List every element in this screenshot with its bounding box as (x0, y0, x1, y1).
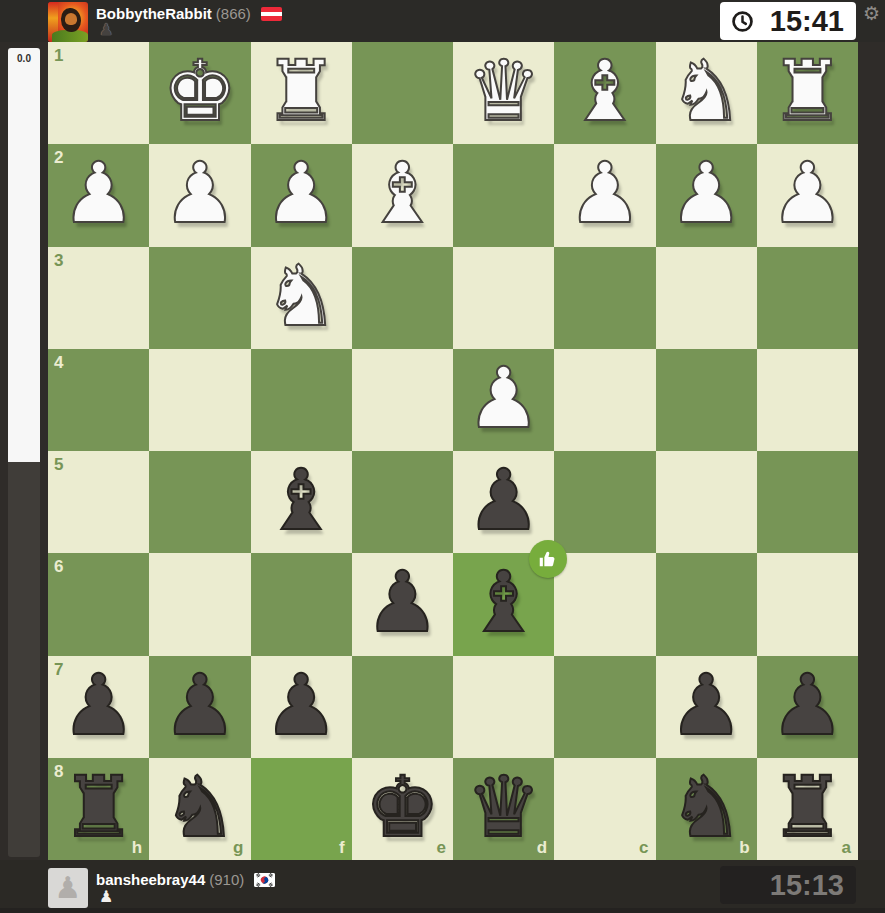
square-c5[interactable] (554, 451, 655, 553)
square-b4[interactable] (656, 349, 757, 451)
square-g7[interactable]: ♟ (149, 656, 250, 758)
square-d2[interactable] (453, 144, 554, 246)
square-e3[interactable] (352, 247, 453, 349)
eval-white-section: 0.0 (8, 48, 40, 462)
square-f1[interactable]: ♜ (251, 42, 352, 144)
square-b7[interactable]: ♟ (656, 656, 757, 758)
square-a4[interactable] (757, 349, 858, 451)
square-h4[interactable]: 4 (48, 349, 149, 451)
white-queen[interactable]: ♛ (466, 49, 541, 137)
square-d5[interactable]: ♟ (453, 451, 554, 553)
top-player-rating: (866) (216, 5, 251, 22)
bottom-player-name[interactable]: bansheebray44 (96, 871, 205, 888)
square-e2[interactable]: ♝ (352, 144, 453, 246)
square-h2[interactable]: 2♟ (48, 144, 149, 246)
square-a8[interactable]: a♜ (757, 758, 858, 860)
bottom-edge (0, 908, 885, 913)
file-label-a: a (842, 839, 851, 856)
rank-label-3: 3 (54, 252, 63, 269)
captured-pieces-bottom: ♟ (99, 889, 113, 905)
bottom-player-rating: (910) (209, 871, 244, 888)
chess-board[interactable]: 1♚♜♛♝♞♜2♟♟♟♝♟♟♟3♞4♟5♝♟6♟♝7♟♟♟♟♟8h♜g♞fe♚d… (48, 42, 858, 860)
white-pawn[interactable]: ♟ (61, 151, 136, 239)
white-pawn[interactable]: ♟ (668, 151, 743, 239)
white-knight[interactable]: ♞ (668, 49, 743, 137)
square-f2[interactable]: ♟ (251, 144, 352, 246)
rank-label-7: 7 (54, 661, 63, 678)
black-bishop[interactable]: ♝ (466, 560, 541, 648)
square-f8[interactable]: f (251, 758, 352, 860)
white-bishop[interactable]: ♝ (365, 151, 440, 239)
square-b6[interactable] (656, 553, 757, 655)
eval-score: 0.0 (8, 48, 40, 64)
square-a3[interactable] (757, 247, 858, 349)
south-korea-flag-icon (254, 873, 275, 887)
square-f5[interactable]: ♝ (251, 451, 352, 553)
square-d3[interactable] (453, 247, 554, 349)
bottom-player-avatar[interactable]: ♟ (48, 868, 88, 908)
evaluation-bar: 0.0 (8, 48, 40, 857)
top-player-clock: 15:41 (720, 2, 856, 40)
square-d7[interactable] (453, 656, 554, 758)
black-queen[interactable]: ♛ (466, 765, 541, 853)
file-label-g: g (233, 839, 243, 856)
bottom-player-bar: ♟ bansheebray44(910) (0, 860, 885, 908)
file-label-c: c (639, 839, 648, 856)
square-h6[interactable]: 6 (48, 553, 149, 655)
square-c6[interactable] (554, 553, 655, 655)
austria-flag-icon (261, 7, 282, 21)
square-b1[interactable]: ♞ (656, 42, 757, 144)
square-b3[interactable] (656, 247, 757, 349)
square-e8[interactable]: e♚ (352, 758, 453, 860)
black-knight[interactable]: ♞ (668, 765, 743, 853)
file-label-h: h (132, 839, 142, 856)
black-king[interactable]: ♚ (365, 765, 440, 853)
white-king[interactable]: ♚ (162, 49, 237, 137)
white-pawn[interactable]: ♟ (162, 151, 237, 239)
square-h7[interactable]: 7♟ (48, 656, 149, 758)
rank-label-4: 4 (54, 354, 63, 371)
default-avatar-pawn-icon: ♟ (48, 868, 88, 908)
square-c3[interactable] (554, 247, 655, 349)
square-b8[interactable]: b♞ (656, 758, 757, 860)
square-h5[interactable]: 5 (48, 451, 149, 553)
eval-black-section (8, 462, 40, 857)
rank-label-5: 5 (54, 456, 63, 473)
black-pawn[interactable]: ♟ (365, 560, 440, 648)
white-bishop[interactable]: ♝ (567, 49, 642, 137)
avatar-art (65, 13, 77, 25)
black-bishop[interactable]: ♝ (263, 458, 338, 546)
square-c8[interactable]: c (554, 758, 655, 860)
captured-pieces-top: ♟ (99, 22, 113, 38)
square-g8[interactable]: g♞ (149, 758, 250, 860)
gear-icon[interactable]: ⚙ (863, 2, 880, 24)
square-d1[interactable]: ♛ (453, 42, 554, 144)
white-knight[interactable]: ♞ (263, 254, 338, 342)
square-e5[interactable] (352, 451, 453, 553)
black-pawn[interactable]: ♟ (668, 663, 743, 751)
square-b5[interactable] (656, 451, 757, 553)
square-e7[interactable] (352, 656, 453, 758)
square-g1[interactable]: ♚ (149, 42, 250, 144)
game-page: BobbytheRabbit(866) ♟ 15:41 ⚙ 0.0 1♚♜♛♝♞… (0, 0, 885, 913)
square-b2[interactable]: ♟ (656, 144, 757, 246)
square-e1[interactable] (352, 42, 453, 144)
file-label-f: f (339, 839, 345, 856)
rank-label-1: 1 (54, 47, 63, 64)
square-c1[interactable]: ♝ (554, 42, 655, 144)
black-knight[interactable]: ♞ (162, 765, 237, 853)
black-pawn[interactable]: ♟ (263, 663, 338, 751)
file-label-e: e (437, 839, 446, 856)
square-f4[interactable] (251, 349, 352, 451)
black-rook[interactable]: ♜ (770, 765, 845, 853)
bottom-player-clock: 15:13 (720, 866, 856, 904)
square-e6[interactable]: ♟ (352, 553, 453, 655)
square-c2[interactable]: ♟ (554, 144, 655, 246)
file-label-d: d (537, 839, 547, 856)
clock-icon (730, 9, 755, 34)
black-pawn[interactable]: ♟ (162, 663, 237, 751)
square-c4[interactable] (554, 349, 655, 451)
rank-label-6: 6 (54, 558, 63, 575)
white-pawn[interactable]: ♟ (263, 151, 338, 239)
square-f3[interactable]: ♞ (251, 247, 352, 349)
square-a2[interactable]: ♟ (757, 144, 858, 246)
square-a5[interactable] (757, 451, 858, 553)
white-rook[interactable]: ♜ (263, 49, 338, 137)
square-h3[interactable]: 3 (48, 247, 149, 349)
square-f7[interactable]: ♟ (251, 656, 352, 758)
square-h1[interactable]: 1 (48, 42, 149, 144)
white-pawn[interactable]: ♟ (466, 356, 541, 444)
square-g3[interactable] (149, 247, 250, 349)
black-pawn[interactable]: ♟ (61, 663, 136, 751)
bottom-clock-time: 15:13 (770, 869, 844, 902)
white-rook[interactable]: ♜ (770, 49, 845, 137)
top-clock-time: 15:41 (755, 5, 856, 38)
square-g5[interactable] (149, 451, 250, 553)
top-player-bar: BobbytheRabbit(866) ♟ 15:41 ⚙ (0, 0, 885, 42)
top-player-name[interactable]: BobbytheRabbit (96, 5, 212, 22)
square-h8[interactable]: 8h♜ (48, 758, 149, 860)
white-pawn[interactable]: ♟ (567, 151, 642, 239)
square-a7[interactable]: ♟ (757, 656, 858, 758)
square-g6[interactable] (149, 553, 250, 655)
file-label-b: b (739, 839, 749, 856)
square-g4[interactable] (149, 349, 250, 451)
square-d6[interactable]: ♝ (453, 553, 554, 655)
square-f6[interactable] (251, 553, 352, 655)
rank-label-2: 2 (54, 149, 63, 166)
rank-label-8: 8 (54, 763, 63, 780)
top-player-avatar[interactable] (48, 2, 88, 42)
square-a1[interactable]: ♜ (757, 42, 858, 144)
square-e4[interactable] (352, 349, 453, 451)
white-pawn[interactable]: ♟ (770, 151, 845, 239)
square-d8[interactable]: d♛ (453, 758, 554, 860)
square-c7[interactable] (554, 656, 655, 758)
square-g2[interactable]: ♟ (149, 144, 250, 246)
black-rook[interactable]: ♜ (61, 765, 136, 853)
black-pawn[interactable]: ♟ (770, 663, 845, 751)
square-d4[interactable]: ♟ (453, 349, 554, 451)
black-pawn[interactable]: ♟ (466, 458, 541, 546)
square-a6[interactable] (757, 553, 858, 655)
